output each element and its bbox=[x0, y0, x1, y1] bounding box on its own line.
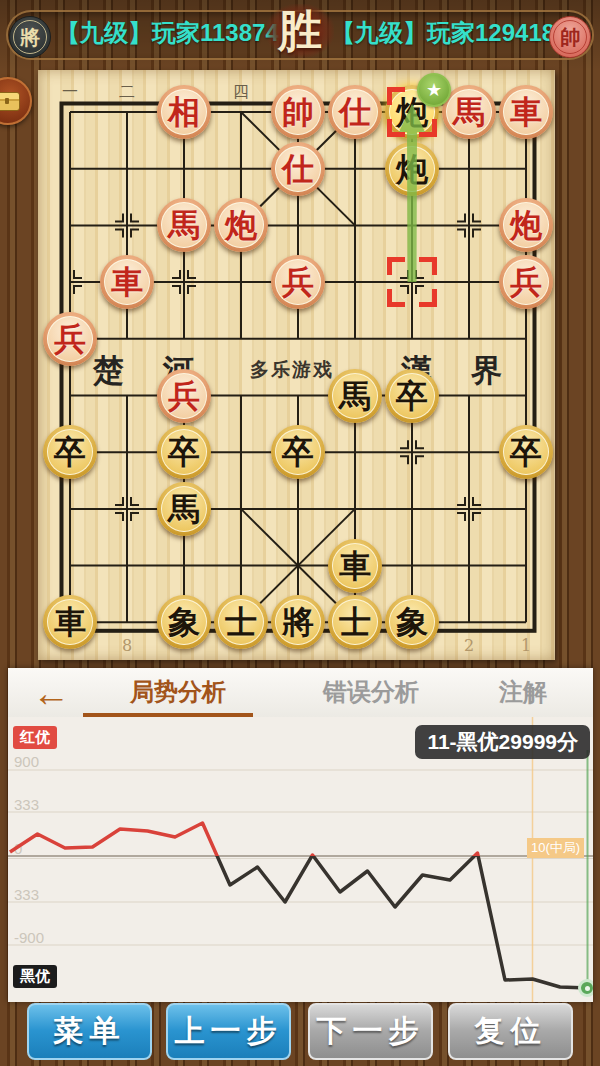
piece-black-pawn[interactable]: 卒 bbox=[499, 425, 553, 479]
black-general-icon: 將 bbox=[9, 16, 51, 58]
result-badge: 胜 bbox=[266, 4, 334, 58]
piece-black-cannon[interactable]: 炮 bbox=[385, 142, 439, 196]
file-label-bottom: 2 bbox=[464, 636, 474, 655]
analysis-header: ← 局势分析错误分析注解 bbox=[8, 668, 593, 718]
piece-black-horse[interactable]: 馬 bbox=[157, 482, 211, 536]
app-screen: 將 【九级】玩家1138744.. 胜 【九级】玩家1294187.. 帥 一二… bbox=[0, 0, 600, 1066]
file-label-bottom: 1 bbox=[521, 636, 531, 655]
tab-annotation[interactable]: 注解 bbox=[463, 668, 583, 716]
red-general-icon: 帥 bbox=[549, 16, 591, 58]
piece-red-pawn[interactable]: 兵 bbox=[43, 312, 97, 366]
piece-red-advisor[interactable]: 仕 bbox=[328, 85, 382, 139]
best-move-star-icon: ★ bbox=[417, 73, 451, 107]
piece-black-rook[interactable]: 車 bbox=[328, 539, 382, 593]
piece-red-elephant[interactable]: 相 bbox=[157, 85, 211, 139]
reset-button[interactable]: 复位 bbox=[448, 1003, 573, 1060]
prev-step-button[interactable]: 上一步 bbox=[166, 1003, 291, 1060]
piece-black-advisor[interactable]: 士 bbox=[328, 595, 382, 649]
move-score-tooltip: 11-黑优29999分 bbox=[415, 725, 590, 759]
piece-black-elephant[interactable]: 象 bbox=[385, 595, 439, 649]
piece-red-rook[interactable]: 車 bbox=[499, 85, 553, 139]
file-label-bottom: 8 bbox=[122, 636, 132, 655]
tab-situation-analysis[interactable]: 局势分析 bbox=[93, 668, 263, 716]
piece-red-horse[interactable]: 馬 bbox=[157, 198, 211, 252]
back-button[interactable]: ← bbox=[32, 670, 70, 716]
piece-black-pawn[interactable]: 卒 bbox=[157, 425, 211, 479]
evaluation-chart: 9003330333-900 红优 黑优 11-黑优29999分 10(中局) bbox=[8, 717, 593, 1002]
piece-black-elephant[interactable]: 象 bbox=[157, 595, 211, 649]
chest-icon bbox=[0, 92, 20, 111]
analysis-panel: ← 局势分析错误分析注解 9003330333-900 红优 黑优 11-黑优2… bbox=[8, 668, 593, 1002]
current-move-dot bbox=[578, 979, 593, 997]
piece-red-rook[interactable]: 車 bbox=[100, 255, 154, 309]
piece-red-pawn[interactable]: 兵 bbox=[271, 255, 325, 309]
piece-red-advisor[interactable]: 仕 bbox=[271, 142, 325, 196]
tab-error-analysis[interactable]: 错误分析 bbox=[286, 668, 456, 716]
piece-red-cannon[interactable]: 炮 bbox=[214, 198, 268, 252]
file-label-top: 四 bbox=[233, 82, 249, 103]
piece-red-cannon[interactable]: 炮 bbox=[499, 198, 553, 252]
black-advantage-badge: 黑优 bbox=[13, 965, 57, 988]
xiangqi-board[interactable]: 一二四821楚 河多乐游戏漢 界相帥仕炮馬車仕炮馬炮炮車兵兵兵兵馬卒卒卒卒卒馬車… bbox=[0, 62, 600, 662]
red-advantage-badge: 红优 bbox=[13, 726, 57, 749]
piece-red-pawn[interactable]: 兵 bbox=[157, 369, 211, 423]
phase-label: 10(中局) bbox=[527, 838, 584, 858]
piece-black-horse[interactable]: 馬 bbox=[328, 369, 382, 423]
piece-black-advisor[interactable]: 士 bbox=[214, 595, 268, 649]
piece-red-king[interactable]: 帥 bbox=[271, 85, 325, 139]
top-bar: 將 【九级】玩家1138744.. 胜 【九级】玩家1294187.. 帥 bbox=[0, 0, 600, 62]
piece-black-rook[interactable]: 車 bbox=[43, 595, 97, 649]
piece-black-pawn[interactable]: 卒 bbox=[43, 425, 97, 479]
right-player-name: 【九级】玩家1294187.. bbox=[331, 17, 582, 49]
next-step-button[interactable]: 下一步 bbox=[308, 1003, 433, 1060]
river-watermark: 多乐游戏 bbox=[250, 357, 334, 383]
piece-red-pawn[interactable]: 兵 bbox=[499, 255, 553, 309]
file-label-top: 一 bbox=[62, 82, 78, 103]
menu-button[interactable]: 菜单 bbox=[27, 1003, 152, 1060]
piece-black-pawn[interactable]: 卒 bbox=[271, 425, 325, 479]
piece-black-king[interactable]: 將 bbox=[271, 595, 325, 649]
piece-black-pawn[interactable]: 卒 bbox=[385, 369, 439, 423]
file-label-top: 二 bbox=[119, 82, 135, 103]
bottom-button-bar: 菜单上一步下一步复位 bbox=[0, 1002, 600, 1066]
